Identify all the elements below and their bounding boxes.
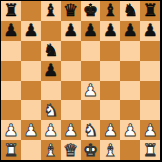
white-king-e1[interactable]: ♚ [83, 141, 98, 158]
square-g5[interactable] [120, 61, 140, 81]
square-g4[interactable] [120, 81, 140, 101]
square-e2[interactable]: ♞ [81, 120, 101, 140]
square-c2[interactable]: ♟ [41, 120, 61, 140]
square-f6[interactable] [100, 41, 120, 61]
square-h6[interactable] [140, 41, 160, 61]
black-queen-d8[interactable]: ♛ [63, 2, 78, 19]
square-g8[interactable]: ♞ [120, 1, 140, 21]
square-g2[interactable]: ♟ [120, 120, 140, 140]
black-rook-a8[interactable]: ♜ [3, 2, 18, 19]
square-c1[interactable]: ♝ [41, 140, 61, 160]
square-g3[interactable] [120, 100, 140, 120]
square-b5[interactable] [21, 61, 41, 81]
square-e3[interactable] [81, 100, 101, 120]
black-pawn-b7[interactable]: ♟ [23, 22, 38, 39]
square-f8[interactable]: ♝ [100, 1, 120, 21]
square-d1[interactable]: ♛ [61, 140, 81, 160]
square-a5[interactable] [1, 61, 21, 81]
square-d2[interactable]: ♟ [61, 120, 81, 140]
square-h3[interactable] [140, 100, 160, 120]
square-c5[interactable]: ♟ [41, 61, 61, 81]
white-pawn-b2[interactable]: ♟ [23, 121, 38, 138]
black-bishop-c8[interactable]: ♝ [43, 2, 58, 19]
white-pawn-c2[interactable]: ♟ [43, 121, 58, 138]
white-pawn-f2[interactable]: ♟ [103, 121, 118, 138]
square-c8[interactable]: ♝ [41, 1, 61, 21]
white-rook-a1[interactable]: ♜ [3, 141, 18, 158]
square-b8[interactable] [21, 1, 41, 21]
square-e6[interactable] [81, 41, 101, 61]
white-bishop-f1[interactable]: ♝ [103, 141, 118, 158]
square-h1[interactable]: ♜ [140, 140, 160, 160]
square-c4[interactable] [41, 81, 61, 101]
square-h4[interactable] [140, 81, 160, 101]
square-b2[interactable]: ♟ [21, 120, 41, 140]
white-pawn-d2[interactable]: ♟ [63, 121, 78, 138]
white-queen-d1[interactable]: ♛ [63, 141, 78, 158]
white-knight-e2[interactable]: ♞ [83, 121, 98, 138]
square-g7[interactable]: ♟ [120, 21, 140, 41]
square-a8[interactable]: ♜ [1, 1, 21, 21]
square-d3[interactable] [61, 100, 81, 120]
square-g6[interactable] [120, 41, 140, 61]
black-pawn-e7[interactable]: ♟ [83, 22, 98, 39]
square-d8[interactable]: ♛ [61, 1, 81, 21]
black-pawn-c5[interactable]: ♟ [43, 62, 58, 79]
square-f7[interactable]: ♟ [100, 21, 120, 41]
chess-board-frame: ♜♝♛♚♝♞♜♟♟♟♟♟♟♟♞♟♟♞♟♟♟♟♞♟♟♟♜♝♛♚♝♜ [0, 0, 162, 162]
square-b6[interactable] [21, 41, 41, 61]
square-e8[interactable]: ♚ [81, 1, 101, 21]
black-bishop-f8[interactable]: ♝ [103, 2, 118, 19]
square-h8[interactable]: ♜ [140, 1, 160, 21]
square-b7[interactable]: ♟ [21, 21, 41, 41]
square-f5[interactable] [100, 61, 120, 81]
square-f3[interactable] [100, 100, 120, 120]
square-e7[interactable]: ♟ [81, 21, 101, 41]
square-a4[interactable] [1, 81, 21, 101]
square-h5[interactable] [140, 61, 160, 81]
black-king-e8[interactable]: ♚ [83, 2, 98, 19]
white-pawn-e4[interactable]: ♟ [83, 81, 98, 98]
square-a2[interactable]: ♟ [1, 120, 21, 140]
square-a3[interactable] [1, 100, 21, 120]
black-pawn-f7[interactable]: ♟ [103, 22, 118, 39]
white-pawn-g2[interactable]: ♟ [123, 121, 138, 138]
black-knight-c6[interactable]: ♞ [43, 42, 58, 59]
square-b4[interactable] [21, 81, 41, 101]
black-pawn-a7[interactable]: ♟ [3, 22, 18, 39]
white-bishop-c1[interactable]: ♝ [43, 141, 58, 158]
white-pawn-h2[interactable]: ♟ [142, 121, 157, 138]
black-pawn-d7[interactable]: ♟ [63, 22, 78, 39]
white-rook-h1[interactable]: ♜ [142, 141, 157, 158]
white-pawn-a2[interactable]: ♟ [3, 121, 18, 138]
square-e4[interactable]: ♟ [81, 81, 101, 101]
square-d5[interactable] [61, 61, 81, 81]
square-a1[interactable]: ♜ [1, 140, 21, 160]
black-pawn-g7[interactable]: ♟ [123, 22, 138, 39]
white-knight-c3[interactable]: ♞ [43, 101, 58, 118]
square-e1[interactable]: ♚ [81, 140, 101, 160]
square-b3[interactable] [21, 100, 41, 120]
square-f1[interactable]: ♝ [100, 140, 120, 160]
black-rook-h8[interactable]: ♜ [142, 2, 157, 19]
square-f4[interactable] [100, 81, 120, 101]
square-c3[interactable]: ♞ [41, 100, 61, 120]
square-e5[interactable] [81, 61, 101, 81]
square-a7[interactable]: ♟ [1, 21, 21, 41]
square-b1[interactable] [21, 140, 41, 160]
black-knight-g8[interactable]: ♞ [123, 2, 138, 19]
square-c7[interactable] [41, 21, 61, 41]
square-c6[interactable]: ♞ [41, 41, 61, 61]
square-h2[interactable]: ♟ [140, 120, 160, 140]
square-d4[interactable] [61, 81, 81, 101]
square-a6[interactable] [1, 41, 21, 61]
square-g1[interactable] [120, 140, 140, 160]
square-d6[interactable] [61, 41, 81, 61]
black-pawn-h7[interactable]: ♟ [142, 22, 157, 39]
square-f2[interactable]: ♟ [100, 120, 120, 140]
square-h7[interactable]: ♟ [140, 21, 160, 41]
square-d7[interactable]: ♟ [61, 21, 81, 41]
chess-board: ♜♝♛♚♝♞♜♟♟♟♟♟♟♟♞♟♟♞♟♟♟♟♞♟♟♟♜♝♛♚♝♜ [1, 1, 160, 160]
